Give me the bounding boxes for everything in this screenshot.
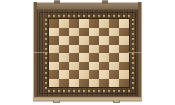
square-h8[interactable] [119,19,129,28]
square-b1[interactable] [59,79,69,88]
brass-pin [123,90,125,92]
brass-pin [113,90,115,92]
square-g4[interactable] [109,53,119,62]
square-c8[interactable] [69,19,79,28]
board-frame [36,9,139,97]
brass-pin [83,15,85,17]
box-back-edge [33,2,142,9]
square-b6[interactable] [59,36,69,45]
square-b3[interactable] [59,62,69,71]
square-d5[interactable] [79,45,89,54]
square-d4[interactable] [79,53,89,62]
square-g8[interactable] [109,19,119,28]
brass-pin [88,90,90,92]
brass-pin [48,15,50,17]
square-a5[interactable] [49,45,59,54]
brass-pin [132,77,134,79]
square-g3[interactable] [109,62,119,71]
hinge-tab-right [113,100,120,103]
square-a2[interactable] [49,70,59,79]
brass-pin [132,43,134,45]
square-g1[interactable] [109,79,119,88]
square-h2[interactable] [119,70,129,79]
square-c7[interactable] [69,28,79,37]
square-f7[interactable] [99,28,109,37]
brass-pin [73,15,75,17]
square-e2[interactable] [89,70,99,79]
square-f3[interactable] [99,62,109,71]
brass-pin [68,15,70,17]
square-e7[interactable] [89,28,99,37]
chess-board [49,19,129,87]
square-d2[interactable] [79,70,89,79]
square-b7[interactable] [59,28,69,37]
brass-pin [132,38,134,40]
brass-pin [108,90,110,92]
brass-pin [113,15,115,17]
square-c5[interactable] [69,45,79,54]
square-e5[interactable] [89,45,99,54]
brass-pin [93,90,95,92]
brass-pin [132,28,134,30]
square-f2[interactable] [99,70,109,79]
brass-pin [118,15,120,17]
brass-pin [108,15,110,17]
brass-pin [78,90,80,92]
square-c1[interactable] [69,79,79,88]
square-c6[interactable] [69,36,79,45]
brass-pin [63,90,65,92]
brass-pin [45,82,47,84]
square-e8[interactable] [89,19,99,28]
square-d6[interactable] [79,36,89,45]
brass-pin [73,90,75,92]
chess-box [33,2,142,101]
brass-pin [132,19,134,21]
brass-pin [98,15,100,17]
square-c3[interactable] [69,62,79,71]
square-h1[interactable] [119,79,129,88]
brass-pin [45,38,47,40]
brass-pin [118,90,120,92]
brass-pin [45,77,47,79]
brass-pin [132,33,134,35]
brass-pin [93,15,95,17]
brass-pin [58,15,60,17]
brass-pin [45,57,47,59]
brass-pin [132,57,134,59]
square-e1[interactable] [89,79,99,88]
fold-seam-left [33,52,48,53]
brass-pin [45,62,47,64]
brass-pin [132,23,134,25]
square-g5[interactable] [109,45,119,54]
square-b8[interactable] [59,19,69,28]
square-h7[interactable] [119,28,129,37]
brass-pin [132,82,134,84]
square-g2[interactable] [109,70,119,79]
brass-pin [83,90,85,92]
square-d8[interactable] [79,19,89,28]
brass-pin [88,15,90,17]
square-b2[interactable] [59,70,69,79]
brass-pin [45,33,47,35]
brass-pin [132,67,134,69]
brass-pin [45,19,47,21]
brass-pin [128,90,130,92]
hinge-knuckle-right [102,0,108,4]
brass-pin [45,48,47,50]
brass-pin [45,67,47,69]
brass-pin [98,90,100,92]
product-photo [0,0,175,105]
square-a3[interactable] [49,62,59,71]
square-d7[interactable] [79,28,89,37]
brass-pin [45,72,47,74]
square-b4[interactable] [59,53,69,62]
brass-pin [123,15,125,17]
square-a4[interactable] [49,53,59,62]
square-a1[interactable] [49,79,59,88]
brass-pin [53,90,55,92]
hinge-knuckle-left [54,0,60,4]
square-e4[interactable] [89,53,99,62]
square-d1[interactable] [79,79,89,88]
square-c2[interactable] [69,70,79,79]
brass-pin [103,90,105,92]
brass-pin [128,15,130,17]
square-h3[interactable] [119,62,129,71]
square-a6[interactable] [49,36,59,45]
square-e3[interactable] [89,62,99,71]
square-a8[interactable] [49,19,59,28]
square-f5[interactable] [99,45,109,54]
brass-pin [132,72,134,74]
brass-pin [103,15,105,17]
square-d3[interactable] [79,62,89,71]
square-f1[interactable] [99,79,109,88]
square-e6[interactable] [89,36,99,45]
square-g6[interactable] [109,36,119,45]
brass-pin [68,90,70,92]
square-f4[interactable] [99,53,109,62]
brass-pin [132,48,134,50]
brass-pin [132,62,134,64]
brass-pin [78,15,80,17]
brass-pin [45,43,47,45]
square-f8[interactable] [99,19,109,28]
brass-pin [132,87,134,89]
square-h4[interactable] [119,53,129,62]
square-b5[interactable] [59,45,69,54]
brass-pin [45,23,47,25]
fold-seam-right [128,52,142,53]
square-g7[interactable] [109,28,119,37]
square-a7[interactable] [49,28,59,37]
square-c4[interactable] [69,53,79,62]
hinge-tab-left [53,100,60,103]
brass-pin [45,87,47,89]
brass-pin [48,90,50,92]
brass-pin [45,28,47,30]
square-f6[interactable] [99,36,109,45]
brass-pin [53,15,55,17]
box-front-edge [33,97,142,101]
brass-pin [63,15,65,17]
brass-pin [58,90,60,92]
square-h6[interactable] [119,36,129,45]
